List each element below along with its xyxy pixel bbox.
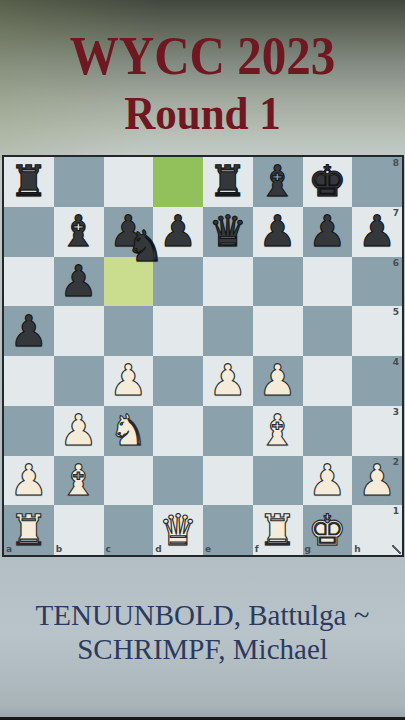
square-a7[interactable]: [4, 207, 54, 257]
file-label-e: e: [205, 545, 211, 554]
piece-white-knight[interactable]: ♞: [104, 406, 154, 456]
square-e4[interactable]: ♟: [203, 356, 253, 406]
square-c4[interactable]: ♟: [104, 356, 154, 406]
board-resize-handle[interactable]: [392, 545, 401, 554]
piece-black-queen[interactable]: ♛: [203, 207, 253, 257]
square-f5[interactable]: [253, 306, 303, 356]
piece-white-rook[interactable]: ♜: [253, 505, 303, 555]
square-d3[interactable]: [153, 406, 203, 456]
square-h7[interactable]: ♟7: [352, 207, 402, 257]
piece-black-bishop[interactable]: ♝: [54, 207, 104, 257]
piece-black-rook[interactable]: ♜: [203, 157, 253, 207]
piece-black-pawn[interactable]: ♟: [253, 207, 303, 257]
file-label-f: f: [255, 545, 259, 554]
square-e5[interactable]: [203, 306, 253, 356]
square-e6[interactable]: [203, 257, 253, 307]
square-b6[interactable]: ♟: [54, 257, 104, 307]
square-f6[interactable]: [253, 257, 303, 307]
square-g8[interactable]: ♚: [303, 157, 353, 207]
file-label-h: h: [354, 545, 360, 554]
square-f1[interactable]: ♜f: [253, 505, 303, 555]
square-a2[interactable]: ♟: [4, 456, 54, 506]
square-b7[interactable]: ♝: [54, 207, 104, 257]
piece-white-pawn[interactable]: ♟: [54, 406, 104, 456]
square-g7[interactable]: ♟: [303, 207, 353, 257]
board-grid: ♜♜♝♚8♝♟♟♛♟♟♟7♟6♟5♟♟♟4♟♞♝3♟♝♟♟2♜abc♛de♜f♚…: [4, 157, 402, 555]
rank-label-3: 3: [393, 408, 399, 417]
chess-board[interactable]: ♜♜♝♚8♝♟♟♛♟♟♟7♟6♟5♟♟♟4♟♞♝3♟♝♟♟2♜abc♛de♜f♚…: [2, 155, 404, 557]
square-g5[interactable]: [303, 306, 353, 356]
square-g3[interactable]: [303, 406, 353, 456]
piece-black-bishop[interactable]: ♝: [253, 157, 303, 207]
square-f4[interactable]: ♟: [253, 356, 303, 406]
square-h8[interactable]: 8: [352, 157, 402, 207]
square-a5[interactable]: ♟: [4, 306, 54, 356]
rank-label-2: 2: [393, 458, 399, 467]
piece-white-pawn[interactable]: ♟: [4, 456, 54, 506]
event-title: WYCC 2023: [0, 26, 405, 88]
piece-black-pawn[interactable]: ♟: [54, 257, 104, 307]
players-line-1: TENUUNBOLD, Battulga ~: [0, 598, 405, 632]
square-c1[interactable]: c: [104, 505, 154, 555]
square-h6[interactable]: 6: [352, 257, 402, 307]
rank-label-5: 5: [393, 308, 399, 317]
square-f8[interactable]: ♝: [253, 157, 303, 207]
square-g2[interactable]: ♟: [303, 456, 353, 506]
file-label-c: c: [106, 545, 111, 554]
players-block: TENUUNBOLD, Battulga ~ SCHRIMPF, Michael: [0, 598, 405, 666]
square-g4[interactable]: [303, 356, 353, 406]
square-b5[interactable]: [54, 306, 104, 356]
file-label-g: g: [305, 545, 311, 554]
square-a8[interactable]: ♜: [4, 157, 54, 207]
rank-label-7: 7: [393, 209, 399, 218]
square-c5[interactable]: [104, 306, 154, 356]
square-a1[interactable]: ♜a: [4, 505, 54, 555]
square-d5[interactable]: [153, 306, 203, 356]
square-a6[interactable]: [4, 257, 54, 307]
square-h5[interactable]: 5: [352, 306, 402, 356]
square-e3[interactable]: [203, 406, 253, 456]
piece-black-pawn[interactable]: ♟: [4, 306, 54, 356]
title-block: WYCC 2023 Round 1: [0, 26, 405, 140]
square-e8[interactable]: ♜: [203, 157, 253, 207]
piece-black-pawn[interactable]: ♟: [303, 207, 353, 257]
square-c2[interactable]: [104, 456, 154, 506]
square-d2[interactable]: [153, 456, 203, 506]
square-a4[interactable]: [4, 356, 54, 406]
square-b1[interactable]: b: [54, 505, 104, 555]
round-title: Round 1: [0, 88, 405, 141]
square-e2[interactable]: [203, 456, 253, 506]
square-d1[interactable]: ♛d: [153, 505, 203, 555]
square-f3[interactable]: ♝: [253, 406, 303, 456]
piece-black-king[interactable]: ♚: [303, 157, 353, 207]
square-c8[interactable]: [104, 157, 154, 207]
piece-white-bishop[interactable]: ♝: [54, 456, 104, 506]
players-line-2: SCHRIMPF, Michael: [0, 632, 405, 666]
rank-label-4: 4: [393, 358, 399, 367]
file-label-d: d: [155, 545, 161, 554]
video-frame: WYCC 2023 Round 1 ♜♜♝♚8♝♟♟♛♟♟♟7♟6♟5♟♟♟4♟…: [0, 0, 405, 720]
square-c3[interactable]: ♞: [104, 406, 154, 456]
piece-white-pawn[interactable]: ♟: [203, 356, 253, 406]
file-label-b: b: [56, 545, 62, 554]
rank-label-1: 1: [393, 507, 399, 516]
square-b3[interactable]: ♟: [54, 406, 104, 456]
square-f7[interactable]: ♟: [253, 207, 303, 257]
square-f2[interactable]: [253, 456, 303, 506]
moving-piece-black-knight[interactable]: ♞: [120, 221, 170, 271]
square-b4[interactable]: [54, 356, 104, 406]
piece-white-pawn[interactable]: ♟: [104, 356, 154, 406]
square-b8[interactable]: [54, 157, 104, 207]
square-g1[interactable]: ♚g: [303, 505, 353, 555]
square-g6[interactable]: [303, 257, 353, 307]
piece-white-pawn[interactable]: ♟: [303, 456, 353, 506]
square-h4[interactable]: 4: [352, 356, 402, 406]
square-h3[interactable]: 3: [352, 406, 402, 456]
square-e7[interactable]: ♛: [203, 207, 253, 257]
square-e1[interactable]: e: [203, 505, 253, 555]
rank-label-8: 8: [393, 159, 399, 168]
piece-white-bishop[interactable]: ♝: [253, 406, 303, 456]
square-a3[interactable]: [4, 406, 54, 456]
square-b2[interactable]: ♝: [54, 456, 104, 506]
square-d4[interactable]: [153, 356, 203, 406]
square-h2[interactable]: ♟2: [352, 456, 402, 506]
rank-label-6: 6: [393, 259, 399, 268]
piece-white-pawn[interactable]: ♟: [253, 356, 303, 406]
piece-black-rook[interactable]: ♜: [4, 157, 54, 207]
square-d8[interactable]: [153, 157, 203, 207]
file-label-a: a: [6, 545, 12, 554]
